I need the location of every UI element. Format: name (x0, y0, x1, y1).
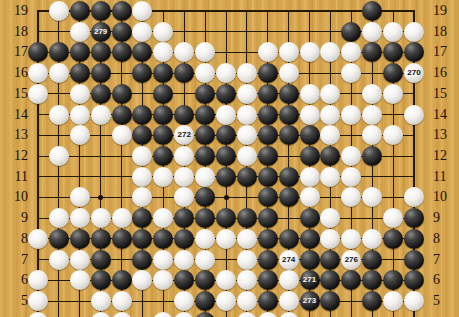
white-stone-L15 (237, 84, 257, 104)
black-stone-M10 (258, 187, 278, 207)
black-stone-F17 (132, 42, 152, 62)
white-stone-L7 (237, 250, 257, 270)
row-label-left-6: 6 (2, 272, 28, 288)
black-stone-N11 (279, 167, 299, 187)
black-stone-A17 (28, 42, 48, 62)
black-stone-D16 (91, 63, 111, 83)
white-stone-N6 (279, 270, 299, 290)
black-stone-O13 (300, 125, 320, 145)
white-stone-D4 (91, 312, 111, 317)
white-stone-Q16 (341, 63, 361, 83)
white-stone-P8 (320, 229, 340, 249)
black-stone-R19 (362, 1, 382, 21)
row-label-right-9: 9 (433, 210, 459, 226)
white-stone-S9 (383, 208, 403, 228)
white-stone-A8 (28, 229, 48, 249)
black-stone-G16 (153, 63, 173, 83)
white-stone-Q8 (341, 229, 361, 249)
white-stone-J7 (195, 250, 215, 270)
white-stone-R13 (362, 125, 382, 145)
white-stone-E9 (112, 208, 132, 228)
black-stone-L11 (237, 167, 257, 187)
black-stone-J4 (195, 312, 215, 317)
row-label-right-16: 16 (433, 65, 459, 81)
black-stone-C17 (70, 42, 90, 62)
white-stone-P15 (320, 84, 340, 104)
black-stone-F16 (132, 63, 152, 83)
black-stone-H8 (174, 229, 194, 249)
black-stone-K13 (216, 125, 236, 145)
white-stone-K16 (216, 63, 236, 83)
black-stone-K9 (216, 208, 236, 228)
black-stone-O5: 273 (300, 291, 320, 311)
row-label-left-9: 9 (2, 210, 28, 226)
black-stone-F9 (132, 208, 152, 228)
black-stone-E15 (112, 84, 132, 104)
white-stone-L12 (237, 146, 257, 166)
black-stone-G8 (153, 229, 173, 249)
black-stone-G13 (153, 125, 173, 145)
black-stone-M6 (258, 270, 278, 290)
row-label-right-15: 15 (433, 86, 459, 102)
white-stone-E13 (112, 125, 132, 145)
white-stone-F18 (132, 22, 152, 42)
black-stone-D8 (91, 229, 111, 249)
black-stone-P6 (320, 270, 340, 290)
white-stone-R18 (362, 22, 382, 42)
black-stone-O6: 271 (300, 270, 320, 290)
white-stone-B14 (49, 105, 69, 125)
black-stone-K11 (216, 167, 236, 187)
white-stone-C7 (70, 250, 90, 270)
black-stone-O7 (300, 250, 320, 270)
black-stone-Q6 (341, 270, 361, 290)
white-stone-G11 (153, 167, 173, 187)
white-stone-M17 (258, 42, 278, 62)
black-stone-G12 (153, 146, 173, 166)
white-stone-L6 (237, 270, 257, 290)
white-stone-G9 (153, 208, 173, 228)
white-stone-T14 (404, 105, 424, 125)
white-stone-E4 (112, 312, 132, 317)
black-stone-H9 (174, 208, 194, 228)
black-stone-J13 (195, 125, 215, 145)
white-stone-O14 (300, 105, 320, 125)
white-stone-N5 (279, 291, 299, 311)
white-stone-S13 (383, 125, 403, 145)
white-stone-A6 (28, 270, 48, 290)
white-stone-K14 (216, 105, 236, 125)
white-stone-A16 (28, 63, 48, 83)
black-stone-R7 (362, 250, 382, 270)
white-stone-T18 (404, 22, 424, 42)
white-stone-D5 (91, 291, 111, 311)
white-stone-H11 (174, 167, 194, 187)
black-stone-J15 (195, 84, 215, 104)
row-label-right-10: 10 (433, 189, 459, 205)
black-stone-N10 (279, 187, 299, 207)
black-stone-F7 (132, 250, 152, 270)
white-stone-B9 (49, 208, 69, 228)
black-stone-M12 (258, 146, 278, 166)
black-stone-T9 (404, 208, 424, 228)
black-stone-B8 (49, 229, 69, 249)
black-stone-R6 (362, 270, 382, 290)
row-label-right-7: 7 (433, 252, 459, 268)
black-stone-E8 (112, 229, 132, 249)
row-label-left-17: 17 (2, 44, 28, 60)
black-stone-K12 (216, 146, 236, 166)
black-stone-O12 (300, 146, 320, 166)
black-stone-F14 (132, 105, 152, 125)
black-stone-C19 (70, 1, 90, 21)
black-stone-L9 (237, 208, 257, 228)
star-point-K10 (224, 195, 229, 200)
row-label-left-8: 8 (2, 231, 28, 247)
white-stone-H10 (174, 187, 194, 207)
black-stone-J12 (195, 146, 215, 166)
white-stone-H4 (174, 312, 194, 317)
black-stone-N8 (279, 229, 299, 249)
black-stone-G15 (153, 84, 173, 104)
white-stone-B16 (49, 63, 69, 83)
black-stone-M9 (258, 208, 278, 228)
black-stone-F8 (132, 229, 152, 249)
white-stone-P17 (320, 42, 340, 62)
black-stone-E19 (112, 1, 132, 21)
row-label-right-17: 17 (433, 44, 459, 60)
white-stone-M4 (258, 312, 278, 317)
star-point-D10 (98, 195, 103, 200)
white-stone-L16 (237, 63, 257, 83)
row-label-left-7: 7 (2, 252, 28, 268)
black-stone-S6 (383, 270, 403, 290)
white-stone-H5 (174, 291, 194, 311)
white-stone-K5 (216, 291, 236, 311)
row-label-left-10: 10 (2, 189, 28, 205)
white-stone-F6 (132, 270, 152, 290)
row-label-right-12: 12 (433, 148, 459, 164)
black-stone-R5 (362, 291, 382, 311)
white-stone-R14 (362, 105, 382, 125)
black-stone-D18: 279 (91, 22, 111, 42)
white-stone-G18 (153, 22, 173, 42)
white-stone-T16: 270 (404, 63, 424, 83)
white-stone-F12 (132, 146, 152, 166)
black-stone-M5 (258, 291, 278, 311)
row-label-left-12: 12 (2, 148, 28, 164)
black-stone-D19 (91, 1, 111, 21)
black-stone-H6 (174, 270, 194, 290)
row-label-right-5: 5 (433, 293, 459, 309)
black-stone-J6 (195, 270, 215, 290)
black-stone-N13 (279, 125, 299, 145)
black-stone-M13 (258, 125, 278, 145)
row-label-left-11: 11 (2, 169, 28, 185)
white-stone-H7 (174, 250, 194, 270)
white-stone-H12 (174, 146, 194, 166)
black-stone-D15 (91, 84, 111, 104)
white-stone-C14 (70, 105, 90, 125)
black-stone-S16 (383, 63, 403, 83)
black-stone-M7 (258, 250, 278, 270)
row-label-left-5: 5 (2, 293, 28, 309)
black-stone-J9 (195, 208, 215, 228)
black-stone-C8 (70, 229, 90, 249)
white-stone-P13 (320, 125, 340, 145)
black-stone-D7 (91, 250, 111, 270)
white-stone-T5 (404, 291, 424, 311)
white-stone-B19 (49, 1, 69, 21)
white-stone-P14 (320, 105, 340, 125)
black-stone-F13 (132, 125, 152, 145)
white-stone-L4 (237, 312, 257, 317)
black-stone-E18 (112, 22, 132, 42)
white-stone-R8 (362, 229, 382, 249)
black-stone-M14 (258, 105, 278, 125)
row-label-right-18: 18 (433, 24, 459, 40)
white-stone-K8 (216, 229, 236, 249)
row-label-left-13: 13 (2, 127, 28, 143)
white-stone-J8 (195, 229, 215, 249)
white-stone-L5 (237, 291, 257, 311)
white-stone-Q10 (341, 187, 361, 207)
white-stone-O10 (300, 187, 320, 207)
white-stone-G17 (153, 42, 173, 62)
black-stone-S17 (383, 42, 403, 62)
black-stone-E14 (112, 105, 132, 125)
row-label-left-15: 15 (2, 86, 28, 102)
white-stone-F11 (132, 167, 152, 187)
white-stone-N16 (279, 63, 299, 83)
white-stone-T10 (404, 187, 424, 207)
white-stone-J16 (195, 63, 215, 83)
row-label-left-18: 18 (2, 24, 28, 40)
white-stone-G4 (153, 312, 173, 317)
black-stone-D17 (91, 42, 111, 62)
black-stone-J10 (195, 187, 215, 207)
row-label-left-19: 19 (2, 3, 28, 19)
black-stone-P5 (320, 291, 340, 311)
white-stone-L13 (237, 125, 257, 145)
white-stone-O17 (300, 42, 320, 62)
white-stone-N7: 274 (279, 250, 299, 270)
white-stone-S5 (383, 291, 403, 311)
white-stone-Q14 (341, 105, 361, 125)
black-stone-B17 (49, 42, 69, 62)
black-stone-P12 (320, 146, 340, 166)
white-stone-C10 (70, 187, 90, 207)
black-stone-O8 (300, 229, 320, 249)
white-stone-G7 (153, 250, 173, 270)
black-stone-C16 (70, 63, 90, 83)
black-stone-E6 (112, 270, 132, 290)
white-stone-R10 (362, 187, 382, 207)
white-stone-D9 (91, 208, 111, 228)
white-stone-Q17 (341, 42, 361, 62)
white-stone-C15 (70, 84, 90, 104)
white-stone-N4 (279, 312, 299, 317)
white-stone-N17 (279, 42, 299, 62)
black-stone-G14 (153, 105, 173, 125)
row-label-right-13: 13 (433, 127, 459, 143)
black-stone-R12 (362, 146, 382, 166)
white-stone-C6 (70, 270, 90, 290)
row-label-right-6: 6 (433, 272, 459, 288)
white-stone-D14 (91, 105, 111, 125)
go-board[interactable]: 1919181817171616151514141313121211111010… (0, 0, 459, 317)
white-stone-F10 (132, 187, 152, 207)
row-label-right-14: 14 (433, 107, 459, 123)
black-stone-T7 (404, 250, 424, 270)
black-stone-N14 (279, 105, 299, 125)
white-stone-H17 (174, 42, 194, 62)
white-stone-S15 (383, 84, 403, 104)
black-stone-J5 (195, 291, 215, 311)
white-stone-K6 (216, 270, 236, 290)
black-stone-M16 (258, 63, 278, 83)
white-stone-L14 (237, 105, 257, 125)
white-stone-Q12 (341, 146, 361, 166)
row-label-right-11: 11 (433, 169, 459, 185)
white-stone-P11 (320, 167, 340, 187)
white-stone-H13: 272 (174, 125, 194, 145)
black-stone-N15 (279, 84, 299, 104)
white-stone-C13 (70, 125, 90, 145)
white-stone-O11 (300, 167, 320, 187)
black-stone-R17 (362, 42, 382, 62)
white-stone-R15 (362, 84, 382, 104)
white-stone-C9 (70, 208, 90, 228)
white-stone-Q11 (341, 167, 361, 187)
white-stone-S18 (383, 22, 403, 42)
white-stone-A4 (28, 312, 48, 317)
black-stone-T6 (404, 270, 424, 290)
black-stone-H16 (174, 63, 194, 83)
row-label-left-16: 16 (2, 65, 28, 81)
black-stone-M11 (258, 167, 278, 187)
black-stone-H14 (174, 105, 194, 125)
white-stone-A15 (28, 84, 48, 104)
white-stone-J11 (195, 167, 215, 187)
black-stone-S8 (383, 229, 403, 249)
row-label-right-8: 8 (433, 231, 459, 247)
black-stone-M8 (258, 229, 278, 249)
row-label-left-14: 14 (2, 107, 28, 123)
black-stone-T17 (404, 42, 424, 62)
black-stone-K15 (216, 84, 236, 104)
black-stone-T8 (404, 229, 424, 249)
white-stone-F19 (132, 1, 152, 21)
white-stone-P9 (320, 208, 340, 228)
white-stone-J17 (195, 42, 215, 62)
white-stone-B7 (49, 250, 69, 270)
black-stone-P7 (320, 250, 340, 270)
black-stone-O9 (300, 208, 320, 228)
white-stone-G6 (153, 270, 173, 290)
black-stone-Q18 (341, 22, 361, 42)
white-stone-C18 (70, 22, 90, 42)
white-stone-L8 (237, 229, 257, 249)
white-stone-Q7: 276 (341, 250, 361, 270)
black-stone-J14 (195, 105, 215, 125)
black-stone-M15 (258, 84, 278, 104)
black-stone-E17 (112, 42, 132, 62)
white-stone-A5 (28, 291, 48, 311)
white-stone-E5 (112, 291, 132, 311)
black-stone-D6 (91, 270, 111, 290)
white-stone-B12 (49, 146, 69, 166)
row-label-right-19: 19 (433, 3, 459, 19)
white-stone-O15 (300, 84, 320, 104)
